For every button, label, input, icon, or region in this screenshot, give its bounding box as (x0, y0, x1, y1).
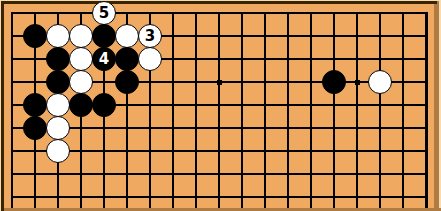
black-stone (23, 24, 47, 48)
board-frame-left (1, 1, 4, 211)
star-point (355, 80, 360, 85)
grid-line-vertical (195, 12, 197, 208)
white-stone (46, 24, 70, 48)
black-stone: 4 (92, 47, 116, 71)
grid-line-vertical (287, 12, 289, 208)
white-stone (46, 139, 70, 163)
white-stone (46, 93, 70, 117)
white-stone (69, 47, 93, 71)
grid-line-vertical (379, 12, 381, 208)
board-frame-bottom (0, 208, 441, 211)
grid-line-vertical (264, 12, 266, 208)
grid-line-vertical (402, 12, 404, 208)
white-stone (46, 116, 70, 140)
grid-line-vertical (310, 12, 312, 208)
move-number-label: 4 (99, 51, 109, 66)
white-stone (138, 47, 162, 71)
board-frame-top-highlight (0, 0, 439, 1)
white-stone (368, 70, 392, 94)
board-frame-left-highlight (0, 0, 1, 211)
grid-line-vertical (172, 12, 174, 208)
black-stone (69, 93, 93, 117)
black-stone (92, 93, 116, 117)
black-stone (115, 70, 139, 94)
grid-line-vertical (333, 12, 335, 208)
black-stone (322, 70, 346, 94)
grid-line-horizontal (11, 173, 428, 175)
star-point (217, 80, 222, 85)
grid-line-horizontal (11, 12, 428, 14)
grid-line-horizontal (11, 127, 428, 129)
white-stone: 5 (92, 1, 116, 25)
black-stone (23, 93, 47, 117)
move-number-label: 5 (99, 5, 109, 20)
grid-line-horizontal (11, 150, 428, 152)
black-stone (46, 70, 70, 94)
grid-line-horizontal (11, 196, 428, 198)
move-number-label: 3 (145, 28, 155, 43)
grid-line-vertical (425, 12, 428, 208)
grid-line-vertical (241, 12, 243, 208)
black-stone (115, 47, 139, 71)
white-stone: 3 (138, 24, 162, 48)
white-stone (69, 24, 93, 48)
white-stone (115, 24, 139, 48)
grid-line-vertical (356, 12, 358, 208)
go-board: 534 (0, 0, 441, 211)
black-stone (46, 47, 70, 71)
grid-line-vertical (11, 12, 13, 208)
board-frame-top (1, 1, 437, 4)
black-stone (92, 24, 116, 48)
white-stone (69, 70, 93, 94)
grid-line-vertical (218, 12, 220, 208)
black-stone (23, 116, 47, 140)
